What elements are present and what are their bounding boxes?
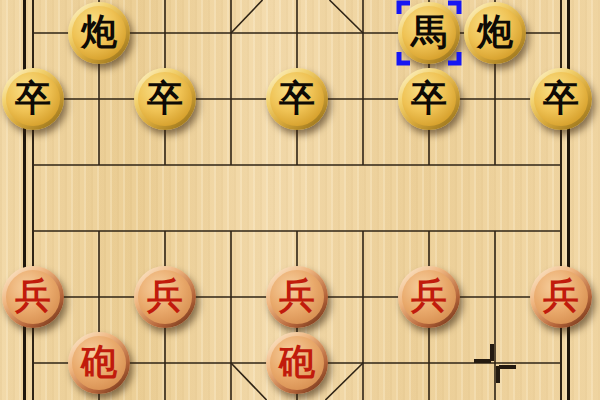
- xiangqi-board: 炮馬炮卒卒卒卒卒兵兵兵兵兵砲砲: [0, 0, 600, 400]
- board-point: 炮: [66, 0, 132, 66]
- black-soldier-glyph: 卒: [147, 80, 183, 116]
- black-soldier-glyph: 卒: [279, 80, 315, 116]
- board-point: 炮: [462, 0, 528, 66]
- piece-red-soldier[interactable]: 兵: [398, 266, 460, 328]
- board-point: 兵: [528, 264, 594, 330]
- piece-black-soldier[interactable]: 卒: [266, 68, 328, 130]
- red-soldier-glyph: 兵: [15, 278, 51, 314]
- black-soldier-glyph: 卒: [15, 80, 51, 116]
- board-point: 馬: [396, 0, 462, 66]
- board-point: 兵: [396, 264, 462, 330]
- piece-red-soldier[interactable]: 兵: [134, 266, 196, 328]
- piece-red-soldier[interactable]: 兵: [530, 266, 592, 328]
- board-point: 兵: [0, 264, 66, 330]
- board-point: 卒: [264, 66, 330, 132]
- red-soldier-glyph: 兵: [411, 278, 447, 314]
- red-soldier-glyph: 兵: [279, 278, 315, 314]
- black-cannon-glyph: 炮: [81, 14, 117, 50]
- piece-black-horse[interactable]: 馬: [398, 2, 460, 64]
- piece-red-cannon[interactable]: 砲: [68, 332, 130, 394]
- board-point: 砲: [66, 330, 132, 396]
- board-point: 兵: [264, 264, 330, 330]
- piece-red-soldier[interactable]: 兵: [2, 266, 64, 328]
- piece-black-cannon[interactable]: 炮: [464, 2, 526, 64]
- black-horse-glyph: 馬: [411, 14, 447, 50]
- piece-black-cannon[interactable]: 炮: [68, 2, 130, 64]
- piece-red-soldier[interactable]: 兵: [266, 266, 328, 328]
- black-soldier-glyph: 卒: [543, 80, 579, 116]
- board-point: 卒: [0, 66, 66, 132]
- piece-black-soldier[interactable]: 卒: [398, 68, 460, 130]
- black-cannon-glyph: 炮: [477, 14, 513, 50]
- piece-red-cannon[interactable]: 砲: [266, 332, 328, 394]
- red-soldier-glyph: 兵: [543, 278, 579, 314]
- red-cannon-glyph: 砲: [81, 344, 117, 380]
- board-grid[interactable]: 炮馬炮卒卒卒卒卒兵兵兵兵兵砲砲: [0, 0, 594, 396]
- board-point: 卒: [132, 66, 198, 132]
- board-point: 卒: [396, 66, 462, 132]
- red-soldier-glyph: 兵: [147, 278, 183, 314]
- piece-black-soldier[interactable]: 卒: [134, 68, 196, 130]
- board-point: 卒: [528, 66, 594, 132]
- piece-black-soldier[interactable]: 卒: [2, 68, 64, 130]
- red-cannon-glyph: 砲: [279, 344, 315, 380]
- black-soldier-glyph: 卒: [411, 80, 447, 116]
- board-point: 兵: [132, 264, 198, 330]
- board-point: 砲: [264, 330, 330, 396]
- piece-black-soldier[interactable]: 卒: [530, 68, 592, 130]
